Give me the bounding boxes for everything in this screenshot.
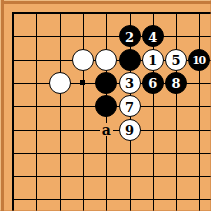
move-number: 5	[172, 54, 181, 67]
grid-line-horizontal-7	[12, 153, 211, 154]
stone-black[interactable]	[119, 49, 141, 71]
move-number: 8	[172, 77, 181, 90]
stone-white-5[interactable]: 5	[165, 49, 187, 71]
stone-white[interactable]	[72, 49, 94, 71]
stone-white-3[interactable]: 3	[119, 72, 141, 94]
stone-black[interactable]	[95, 72, 117, 94]
stone-black[interactable]	[95, 95, 117, 117]
board-frame-top	[0, 1, 211, 4]
stone-white-1[interactable]: 1	[142, 49, 164, 71]
move-number: 2	[125, 30, 134, 43]
grid-line-vertical-2	[36, 12, 37, 211]
stone-black-10[interactable]: 10	[188, 49, 210, 71]
grid-line-horizontal-9	[12, 199, 211, 200]
stone-white[interactable]	[49, 72, 71, 94]
grid-line-horizontal-1	[12, 12, 211, 14]
stone-white[interactable]	[95, 49, 117, 71]
move-number: 10	[192, 55, 204, 66]
stone-black-4[interactable]: 4	[142, 25, 164, 47]
hoshi-point	[80, 80, 85, 85]
board-frame-left	[1, 0, 4, 211]
move-number: 6	[148, 77, 157, 90]
label-a[interactable]: a	[100, 123, 113, 136]
grid-line-horizontal-2	[12, 36, 211, 37]
stone-white-7[interactable]: 7	[119, 95, 141, 117]
stone-white-9[interactable]: 9	[119, 119, 141, 141]
grid-line-vertical-3	[60, 12, 61, 211]
move-number: 4	[148, 30, 157, 43]
image-edge-right	[210, 0, 211, 211]
stone-black-8[interactable]: 8	[165, 72, 187, 94]
move-number: 1	[148, 54, 157, 67]
stone-black-6[interactable]: 6	[142, 72, 164, 94]
move-number: 3	[125, 77, 134, 90]
go-board[interactable]: a 24151036879	[0, 0, 211, 211]
image-edge-bottom	[0, 210, 211, 211]
grid-line-vertical-1	[12, 12, 14, 211]
grid-line-horizontal-8	[12, 176, 211, 177]
grid-line-vertical-4	[83, 12, 84, 211]
move-number: 9	[125, 124, 134, 137]
grid-line-vertical-8	[176, 12, 177, 211]
move-number: 7	[125, 100, 134, 113]
grid-line-vertical-9	[199, 12, 200, 211]
stone-black-2[interactable]: 2	[119, 25, 141, 47]
